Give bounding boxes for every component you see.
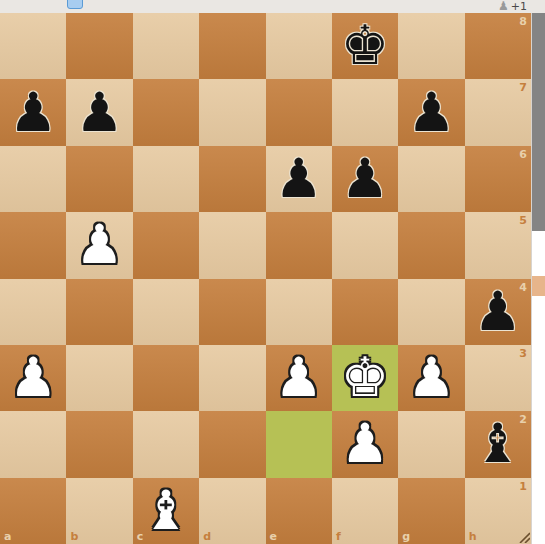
- black-pawn[interactable]: ♟: [66, 79, 132, 145]
- square-e3[interactable]: ♟: [266, 345, 332, 411]
- white-pawn[interactable]: ♟: [332, 411, 398, 477]
- square-c2[interactable]: [133, 411, 199, 477]
- square-g1[interactable]: g: [398, 478, 464, 544]
- white-king[interactable]: ♚: [332, 345, 398, 411]
- black-pawn[interactable]: ♟: [0, 79, 66, 145]
- square-c3[interactable]: [133, 345, 199, 411]
- square-b6[interactable]: [66, 146, 132, 212]
- square-e1[interactable]: e: [266, 478, 332, 544]
- square-b2[interactable]: [66, 411, 132, 477]
- square-h8[interactable]: 8: [465, 13, 531, 79]
- file-label-f: f: [336, 530, 341, 543]
- square-g2[interactable]: [398, 411, 464, 477]
- square-a1[interactable]: a: [0, 478, 66, 544]
- square-h3[interactable]: 3: [465, 345, 531, 411]
- square-f8[interactable]: ♚: [332, 13, 398, 79]
- rank-label-6: 6: [519, 148, 527, 161]
- square-b5[interactable]: ♟: [66, 212, 132, 278]
- square-g5[interactable]: [398, 212, 464, 278]
- scrollbar[interactable]: [531, 13, 545, 544]
- square-g6[interactable]: [398, 146, 464, 212]
- square-g3[interactable]: ♟: [398, 345, 464, 411]
- square-d3[interactable]: [199, 345, 265, 411]
- square-f3[interactable]: ♚: [332, 345, 398, 411]
- square-g7[interactable]: ♟: [398, 79, 464, 145]
- chess-board[interactable]: ♚8♟♟♟7♟♟6♟5♟4♟♟♚♟3♟♝2ab♝cdefg1h: [0, 13, 531, 544]
- square-c5[interactable]: [133, 212, 199, 278]
- file-label-e: e: [270, 530, 277, 543]
- pawn-icon: ♟: [498, 0, 509, 13]
- file-label-h: h: [469, 530, 477, 543]
- square-e7[interactable]: [266, 79, 332, 145]
- black-bishop[interactable]: ♝: [465, 411, 531, 477]
- scrollbar-thumb[interactable]: [532, 13, 545, 231]
- square-h2[interactable]: ♝2: [465, 411, 531, 477]
- square-a4[interactable]: [0, 279, 66, 345]
- rank-label-5: 5: [519, 214, 527, 227]
- square-a3[interactable]: ♟: [0, 345, 66, 411]
- square-a2[interactable]: [0, 411, 66, 477]
- white-pawn[interactable]: ♟: [0, 345, 66, 411]
- black-pawn[interactable]: ♟: [398, 79, 464, 145]
- white-pawn[interactable]: ♟: [398, 345, 464, 411]
- square-c4[interactable]: [133, 279, 199, 345]
- square-b3[interactable]: [66, 345, 132, 411]
- white-bishop[interactable]: ♝: [133, 478, 199, 544]
- square-a5[interactable]: [0, 212, 66, 278]
- square-d7[interactable]: [199, 79, 265, 145]
- square-d8[interactable]: [199, 13, 265, 79]
- square-f5[interactable]: [332, 212, 398, 278]
- white-pawn[interactable]: ♟: [66, 212, 132, 278]
- square-g4[interactable]: [398, 279, 464, 345]
- rank-label-1: 1: [519, 480, 527, 493]
- square-d5[interactable]: [199, 212, 265, 278]
- black-pawn[interactable]: ♟: [465, 279, 531, 345]
- file-label-b: b: [70, 530, 78, 543]
- rank-label-3: 3: [519, 347, 527, 360]
- square-f1[interactable]: f: [332, 478, 398, 544]
- black-pawn[interactable]: ♟: [266, 146, 332, 212]
- square-e2[interactable]: [266, 411, 332, 477]
- square-h5[interactable]: 5: [465, 212, 531, 278]
- file-label-d: d: [203, 530, 211, 543]
- square-a7[interactable]: ♟: [0, 79, 66, 145]
- file-label-g: g: [402, 530, 410, 543]
- square-b7[interactable]: ♟: [66, 79, 132, 145]
- square-b4[interactable]: [66, 279, 132, 345]
- square-h6[interactable]: 6: [465, 146, 531, 212]
- square-e6[interactable]: ♟: [266, 146, 332, 212]
- square-d2[interactable]: [199, 411, 265, 477]
- square-d6[interactable]: [199, 146, 265, 212]
- square-c1[interactable]: ♝c: [133, 478, 199, 544]
- square-a6[interactable]: [0, 146, 66, 212]
- square-c8[interactable]: [133, 13, 199, 79]
- material-advantage: ♟ +1: [498, 0, 527, 13]
- square-f2[interactable]: ♟: [332, 411, 398, 477]
- square-b1[interactable]: b: [66, 478, 132, 544]
- square-e4[interactable]: [266, 279, 332, 345]
- square-a8[interactable]: [0, 13, 66, 79]
- square-d1[interactable]: d: [199, 478, 265, 544]
- square-h4[interactable]: ♟4: [465, 279, 531, 345]
- square-g8[interactable]: [398, 13, 464, 79]
- square-c7[interactable]: [133, 79, 199, 145]
- square-c6[interactable]: [133, 146, 199, 212]
- material-advantage-value: +1: [511, 0, 527, 13]
- square-h1[interactable]: 1h: [465, 478, 531, 544]
- square-f4[interactable]: [332, 279, 398, 345]
- white-pawn[interactable]: ♟: [266, 345, 332, 411]
- square-e5[interactable]: [266, 212, 332, 278]
- square-e8[interactable]: [266, 13, 332, 79]
- square-f7[interactable]: [332, 79, 398, 145]
- black-king[interactable]: ♚: [332, 13, 398, 79]
- chat-icon[interactable]: [67, 0, 83, 9]
- file-label-a: a: [4, 530, 11, 543]
- rank-label-7: 7: [519, 81, 527, 94]
- square-h7[interactable]: 7: [465, 79, 531, 145]
- scroll-position-marker: [532, 276, 545, 296]
- square-d4[interactable]: [199, 279, 265, 345]
- black-pawn[interactable]: ♟: [332, 146, 398, 212]
- square-f6[interactable]: ♟: [332, 146, 398, 212]
- square-b8[interactable]: [66, 13, 132, 79]
- top-bar: ♟ +1: [0, 0, 545, 13]
- resize-handle-icon[interactable]: [516, 529, 530, 543]
- rank-label-8: 8: [519, 15, 527, 28]
